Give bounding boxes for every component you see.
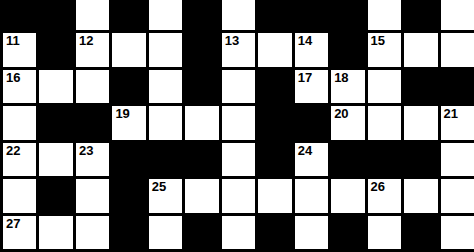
block-cell-r2-c7 bbox=[258, 70, 291, 104]
crossword-cell-r1-c7[interactable] bbox=[258, 33, 291, 67]
block-cell-r6-c3 bbox=[112, 216, 145, 250]
block-cell-r4-c9 bbox=[331, 143, 364, 177]
crossword-cell-r5-c0[interactable] bbox=[3, 179, 36, 213]
crossword-cell-r6-c0[interactable]: 27 bbox=[3, 216, 36, 250]
crossword-cell-r5-c10[interactable]: 26 bbox=[368, 179, 401, 213]
crossword-cell-r2-c4[interactable] bbox=[149, 70, 182, 104]
crossword-cell-r5-c8[interactable] bbox=[295, 179, 328, 213]
crossword-cell-r1-c11[interactable] bbox=[404, 33, 437, 67]
block-cell-r0-c1 bbox=[39, 0, 72, 30]
crossword-cell-r4-c12[interactable] bbox=[441, 143, 474, 177]
block-cell-r3-c1 bbox=[39, 106, 72, 140]
crossword-cell-r4-c0[interactable]: 22 bbox=[3, 143, 36, 177]
crossword-cell-r1-c8[interactable]: 14 bbox=[295, 33, 328, 67]
block-cell-r4-c5 bbox=[185, 143, 218, 177]
block-cell-r1-c9 bbox=[331, 33, 364, 67]
crossword-cell-r5-c2[interactable] bbox=[76, 179, 109, 213]
crossword-cell-r0-c4[interactable] bbox=[149, 0, 182, 30]
crossword-cell-r1-c6[interactable]: 13 bbox=[222, 33, 255, 67]
crossword-cell-r1-c12[interactable] bbox=[441, 33, 474, 67]
block-cell-r4-c3 bbox=[112, 143, 145, 177]
block-cell-r4-c7 bbox=[258, 143, 291, 177]
clue-number-17: 17 bbox=[298, 70, 312, 85]
block-cell-r2-c11 bbox=[404, 70, 437, 104]
block-cell-r6-c9 bbox=[331, 216, 364, 250]
block-cell-r1-c5 bbox=[185, 33, 218, 67]
block-cell-r6-c5 bbox=[185, 216, 218, 250]
clue-number-24: 24 bbox=[298, 143, 312, 158]
clue-number-14: 14 bbox=[298, 33, 312, 48]
block-cell-r2-c3 bbox=[112, 70, 145, 104]
crossword-cell-r1-c3[interactable] bbox=[112, 33, 145, 67]
crossword-cell-r3-c6[interactable] bbox=[222, 106, 255, 140]
crossword-cell-r6-c8[interactable] bbox=[295, 216, 328, 250]
block-cell-r0-c9 bbox=[331, 0, 364, 30]
crossword-cell-r3-c3[interactable]: 19 bbox=[112, 106, 145, 140]
crossword-cell-r5-c9[interactable] bbox=[331, 179, 364, 213]
crossword-cell-r2-c1[interactable] bbox=[39, 70, 72, 104]
crossword-cell-r3-c12[interactable]: 21 bbox=[441, 106, 474, 140]
crossword-cell-r5-c7[interactable] bbox=[258, 179, 291, 213]
crossword-cell-r1-c10[interactable]: 15 bbox=[368, 33, 401, 67]
crossword-cell-r1-c4[interactable] bbox=[149, 33, 182, 67]
crossword-cell-r3-c0[interactable] bbox=[3, 106, 36, 140]
block-cell-r3-c8 bbox=[295, 106, 328, 140]
block-cell-r0-c0 bbox=[3, 0, 36, 30]
block-cell-r4-c10 bbox=[368, 143, 401, 177]
clue-number-11: 11 bbox=[6, 33, 20, 48]
crossword-cell-r1-c0[interactable]: 11 bbox=[3, 33, 36, 67]
crossword-cell-r4-c2[interactable]: 23 bbox=[76, 143, 109, 177]
block-cell-r6-c7 bbox=[258, 216, 291, 250]
block-cell-r4-c11 bbox=[404, 143, 437, 177]
crossword-cell-r2-c10[interactable] bbox=[368, 70, 401, 104]
crossword-cell-r2-c2[interactable] bbox=[76, 70, 109, 104]
block-cell-r1-c1 bbox=[39, 33, 72, 67]
crossword-cell-r4-c1[interactable] bbox=[39, 143, 72, 177]
block-cell-r2-c5 bbox=[185, 70, 218, 104]
crossword-cell-r3-c5[interactable] bbox=[185, 106, 218, 140]
block-cell-r2-c12 bbox=[441, 70, 474, 104]
crossword-cell-r5-c6[interactable] bbox=[222, 179, 255, 213]
clue-number-18: 18 bbox=[334, 70, 348, 85]
crossword-cell-r1-c2[interactable]: 12 bbox=[76, 33, 109, 67]
crossword-cell-r2-c0[interactable]: 16 bbox=[3, 70, 36, 104]
crossword-cell-r6-c1[interactable] bbox=[39, 216, 72, 250]
block-cell-r0-c3 bbox=[112, 0, 145, 30]
crossword-cell-r3-c11[interactable] bbox=[404, 106, 437, 140]
clue-number-22: 22 bbox=[6, 143, 20, 158]
crossword-cell-r0-c12[interactable] bbox=[441, 0, 474, 30]
block-cell-r5-c1 bbox=[39, 179, 72, 213]
block-cell-r5-c3 bbox=[112, 179, 145, 213]
crossword-cell-r6-c2[interactable] bbox=[76, 216, 109, 250]
block-cell-r0-c11 bbox=[404, 0, 437, 30]
clue-number-12: 12 bbox=[79, 33, 93, 48]
crossword-cell-r2-c8[interactable]: 17 bbox=[295, 70, 328, 104]
block-cell-r3-c2 bbox=[76, 106, 109, 140]
crossword-cell-r6-c12[interactable] bbox=[441, 216, 474, 250]
block-cell-r0-c8 bbox=[295, 0, 328, 30]
block-cell-r4-c4 bbox=[149, 143, 182, 177]
crossword-cell-r5-c5[interactable] bbox=[185, 179, 218, 213]
crossword-cell-r2-c9[interactable]: 18 bbox=[331, 70, 364, 104]
block-cell-r6-c11 bbox=[404, 216, 437, 250]
crossword-cell-r5-c11[interactable] bbox=[404, 179, 437, 213]
crossword-cell-r5-c12[interactable] bbox=[441, 179, 474, 213]
clue-number-20: 20 bbox=[334, 106, 348, 121]
clue-number-13: 13 bbox=[225, 33, 239, 48]
crossword-cell-r3-c9[interactable]: 20 bbox=[331, 106, 364, 140]
crossword-cell-r6-c10[interactable] bbox=[368, 216, 401, 250]
clue-number-15: 15 bbox=[371, 33, 385, 48]
crossword-cell-r0-c10[interactable] bbox=[368, 0, 401, 30]
clue-number-16: 16 bbox=[6, 70, 20, 85]
crossword-cell-r0-c2[interactable] bbox=[76, 0, 109, 30]
block-cell-r0-c5 bbox=[185, 0, 218, 30]
crossword-cell-r2-c6[interactable] bbox=[222, 70, 255, 104]
crossword-cell-r6-c6[interactable] bbox=[222, 216, 255, 250]
clue-number-23: 23 bbox=[79, 143, 93, 158]
clue-number-26: 26 bbox=[371, 179, 385, 194]
clue-number-25: 25 bbox=[152, 179, 166, 194]
crossword-cell-r0-c6[interactable] bbox=[222, 0, 255, 30]
block-cell-r3-c7 bbox=[258, 106, 291, 140]
crossword-cell-r4-c6[interactable] bbox=[222, 143, 255, 177]
block-cell-r0-c7 bbox=[258, 0, 291, 30]
crossword-cell-r3-c10[interactable] bbox=[368, 106, 401, 140]
crossword-grid: 1112131415161718192021222324252627 bbox=[0, 0, 474, 252]
clue-number-27: 27 bbox=[6, 216, 20, 231]
clue-number-21: 21 bbox=[444, 106, 458, 121]
crossword-cell-r5-c4[interactable]: 25 bbox=[149, 179, 182, 213]
crossword-cell-r6-c4[interactable] bbox=[149, 216, 182, 250]
crossword-cell-r4-c8[interactable]: 24 bbox=[295, 143, 328, 177]
clue-number-19: 19 bbox=[115, 106, 129, 121]
crossword-cell-r3-c4[interactable] bbox=[149, 106, 182, 140]
